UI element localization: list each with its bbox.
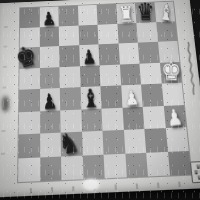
square-f4[interactable]: ♟ bbox=[121, 84, 143, 107]
square-a4[interactable] bbox=[19, 89, 40, 112]
square-c5[interactable] bbox=[59, 66, 80, 88]
square-g2[interactable] bbox=[144, 128, 167, 152]
square-f6[interactable] bbox=[118, 43, 139, 64]
square-b8[interactable]: ♟ bbox=[39, 7, 58, 27]
square-b3[interactable] bbox=[40, 110, 61, 134]
square-g4[interactable] bbox=[141, 84, 163, 107]
square-h5[interactable]: ♚ bbox=[159, 61, 181, 83]
square-h2[interactable] bbox=[165, 127, 188, 151]
square-g6[interactable] bbox=[138, 42, 160, 63]
square-f3[interactable] bbox=[122, 106, 144, 130]
square-a8[interactable] bbox=[20, 7, 39, 27]
chess-board: ♟♜♛♝♚♟♚♟♝♟♟♞ ♛ ♛♛ ♛ bbox=[0, 0, 200, 198]
board-grid: ♟♜♛♝♚♟♚♟♝♟♟♞ bbox=[18, 2, 191, 183]
square-d7[interactable] bbox=[78, 24, 98, 45]
square-b1[interactable] bbox=[40, 156, 62, 181]
square-e7[interactable] bbox=[98, 23, 119, 44]
square-f1[interactable] bbox=[125, 152, 148, 177]
square-h7[interactable] bbox=[156, 21, 177, 42]
square-e1[interactable] bbox=[104, 153, 127, 178]
photo-frame: ♟♜♛♝♚♟♚♟♝♟♟♞ ♛ ♛♛ ♛ bbox=[0, 0, 200, 200]
square-c4[interactable] bbox=[60, 87, 81, 110]
bottom-coordinate-marks bbox=[22, 181, 190, 194]
square-d5[interactable] bbox=[79, 65, 100, 87]
square-e5[interactable] bbox=[99, 64, 120, 86]
square-g5[interactable] bbox=[139, 62, 161, 84]
crown-emblem: ♛ ♛♛ ♛ bbox=[190, 161, 200, 183]
square-e2[interactable] bbox=[102, 130, 124, 154]
brand-inscription-script bbox=[182, 40, 200, 97]
square-b7[interactable] bbox=[39, 26, 59, 47]
left-coordinate-marks bbox=[1, 20, 8, 165]
square-c3[interactable] bbox=[60, 109, 81, 133]
square-a1[interactable] bbox=[18, 157, 40, 182]
square-f7[interactable] bbox=[117, 23, 138, 44]
square-c7[interactable] bbox=[59, 25, 79, 46]
square-b5[interactable] bbox=[39, 67, 59, 89]
square-a3[interactable] bbox=[19, 111, 40, 135]
square-c1[interactable] bbox=[61, 155, 83, 180]
square-e3[interactable] bbox=[101, 107, 123, 131]
black-queen: ♛ bbox=[136, 0, 155, 24]
square-e8[interactable] bbox=[97, 4, 117, 24]
square-h4[interactable] bbox=[161, 83, 184, 106]
black-bishop: ♝ bbox=[81, 84, 101, 111]
square-a2[interactable] bbox=[18, 134, 39, 158]
square-g3[interactable] bbox=[143, 105, 166, 129]
square-d2[interactable] bbox=[82, 131, 104, 155]
square-f2[interactable] bbox=[123, 129, 146, 153]
square-d8[interactable] bbox=[78, 5, 98, 25]
square-f8[interactable]: ♜ bbox=[116, 3, 137, 23]
square-d3[interactable] bbox=[81, 108, 103, 132]
square-g8[interactable]: ♛ bbox=[135, 2, 156, 22]
square-d4[interactable]: ♝ bbox=[80, 86, 101, 109]
square-f5[interactable] bbox=[119, 63, 141, 85]
square-d6[interactable]: ♟ bbox=[79, 44, 100, 66]
border-smudge bbox=[2, 96, 9, 112]
square-h1[interactable] bbox=[167, 150, 191, 175]
square-h3[interactable]: ♟ bbox=[163, 105, 186, 128]
square-b6[interactable] bbox=[39, 46, 59, 68]
square-b2[interactable] bbox=[40, 133, 61, 157]
square-c6[interactable] bbox=[59, 45, 79, 67]
white-rook: ♜ bbox=[117, 3, 134, 25]
square-d1[interactable] bbox=[82, 154, 104, 179]
square-c2[interactable]: ♞ bbox=[61, 132, 83, 156]
square-h8[interactable]: ♝ bbox=[154, 2, 175, 22]
square-e6[interactable] bbox=[98, 43, 119, 64]
square-a6[interactable]: ♚ bbox=[19, 47, 39, 69]
square-a7[interactable] bbox=[20, 27, 40, 48]
square-g7[interactable] bbox=[136, 22, 157, 43]
square-b4[interactable]: ♟ bbox=[40, 88, 61, 111]
square-a5[interactable] bbox=[19, 68, 39, 90]
square-c8[interactable] bbox=[58, 6, 78, 26]
square-g1[interactable] bbox=[146, 151, 169, 176]
off-board-piece-blob bbox=[83, 179, 99, 190]
square-h6[interactable] bbox=[158, 41, 180, 62]
square-e4[interactable] bbox=[100, 85, 122, 108]
